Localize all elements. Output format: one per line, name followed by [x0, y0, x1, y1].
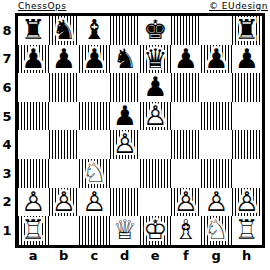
piece-black-pawn: ♟ [201, 45, 232, 74]
piece-white-bishop-fill: ♝ [171, 216, 202, 245]
rank-label-3: 3 [0, 159, 14, 188]
square-a7[interactable]: ♟ [18, 45, 49, 74]
square-c7[interactable]: ♟ [79, 45, 110, 74]
piece-white-pawn: ♙ [110, 130, 141, 159]
square-f3[interactable] [171, 159, 202, 188]
file-label-f: f [171, 248, 202, 263]
piece-white-knight: ♘ [79, 159, 110, 188]
piece-white-rook-fill: ♜ [18, 216, 49, 245]
square-d3[interactable] [110, 159, 141, 188]
square-a2[interactable]: ♟♙ [18, 188, 49, 217]
square-h6[interactable] [232, 73, 263, 102]
square-c1[interactable] [79, 216, 110, 245]
piece-white-rook-fill: ♜ [232, 216, 263, 245]
piece-black-pawn: ♟ [18, 45, 49, 74]
credit-text: © EUdesign [209, 0, 268, 12]
square-a8[interactable]: ♜ [18, 16, 49, 45]
square-d8[interactable] [110, 16, 141, 45]
file-label-h: h [232, 248, 263, 263]
piece-white-pawn: ♙ [49, 188, 80, 217]
square-g7[interactable]: ♟ [201, 45, 232, 74]
file-label-a: a [18, 248, 49, 263]
square-h4[interactable] [232, 130, 263, 159]
square-c5[interactable] [79, 102, 110, 131]
piece-white-pawn: ♙ [201, 188, 232, 217]
square-h8[interactable]: ♜ [232, 16, 263, 45]
piece-white-king-fill: ♚ [140, 216, 171, 245]
square-f7[interactable]: ♟ [171, 45, 202, 74]
piece-black-pawn: ♟ [79, 45, 110, 74]
file-label-e: e [140, 248, 171, 263]
piece-white-knight-fill: ♞ [79, 159, 110, 188]
square-h7[interactable]: ♟ [232, 45, 263, 74]
square-f5[interactable] [171, 102, 202, 131]
square-d2[interactable] [110, 188, 141, 217]
square-c3[interactable]: ♞♘ [79, 159, 110, 188]
piece-white-pawn: ♙ [79, 188, 110, 217]
square-c2[interactable]: ♟♙ [79, 188, 110, 217]
square-h2[interactable]: ♟♙ [232, 188, 263, 217]
app-title: ChessOps [18, 0, 66, 12]
piece-white-pawn: ♙ [140, 102, 171, 131]
piece-black-pawn: ♟ [110, 102, 141, 131]
file-label-d: d [110, 248, 141, 263]
square-b3[interactable] [49, 159, 80, 188]
square-g1[interactable]: ♞♘ [201, 216, 232, 245]
rank-label-7: 7 [0, 45, 14, 74]
square-e1[interactable]: ♚♔ [140, 216, 171, 245]
square-b8[interactable]: ♞ [49, 16, 80, 45]
square-e3[interactable] [140, 159, 171, 188]
piece-white-pawn-fill: ♟ [18, 188, 49, 217]
piece-black-rook: ♜ [18, 16, 49, 45]
piece-white-pawn: ♙ [18, 188, 49, 217]
square-h5[interactable] [232, 102, 263, 131]
square-f2[interactable]: ♟♙ [171, 188, 202, 217]
square-a5[interactable] [18, 102, 49, 131]
square-g6[interactable] [201, 73, 232, 102]
chess-board: ♜♞♝♚♜♟♟♟♞♛♟♟♟♟♟♟♙♟♙♞♘♟♙♟♙♟♙♟♙♟♙♟♙♜♖♛♕♚♔♝… [15, 13, 265, 248]
square-b6[interactable] [49, 73, 80, 102]
square-b4[interactable] [49, 130, 80, 159]
piece-white-pawn: ♙ [232, 188, 263, 217]
piece-white-queen-fill: ♛ [110, 216, 141, 245]
piece-white-pawn-fill: ♟ [49, 188, 80, 217]
piece-white-rook: ♖ [18, 216, 49, 245]
piece-black-pawn: ♟ [49, 45, 80, 74]
piece-black-king: ♚ [140, 16, 171, 45]
piece-black-rook: ♜ [232, 16, 263, 45]
piece-white-knight-fill: ♞ [201, 216, 232, 245]
piece-white-pawn-fill: ♟ [171, 188, 202, 217]
square-b5[interactable] [49, 102, 80, 131]
square-a3[interactable] [18, 159, 49, 188]
piece-white-bishop: ♗ [171, 216, 202, 245]
piece-black-knight: ♞ [49, 16, 80, 45]
square-f4[interactable] [171, 130, 202, 159]
square-a6[interactable] [18, 73, 49, 102]
rank-label-4: 4 [0, 130, 14, 159]
square-c8[interactable]: ♝ [79, 16, 110, 45]
rank-label-2: 2 [0, 188, 14, 217]
rank-label-1: 1 [0, 216, 14, 245]
square-d6[interactable] [110, 73, 141, 102]
piece-white-king: ♔ [140, 216, 171, 245]
piece-black-pawn: ♟ [171, 45, 202, 74]
piece-white-rook: ♖ [232, 216, 263, 245]
square-d7[interactable]: ♞ [110, 45, 141, 74]
square-g8[interactable] [201, 16, 232, 45]
piece-white-pawn-fill: ♟ [232, 188, 263, 217]
square-d1[interactable]: ♛♕ [110, 216, 141, 245]
square-a4[interactable] [18, 130, 49, 159]
square-e6[interactable]: ♟ [140, 73, 171, 102]
square-b1[interactable] [49, 216, 80, 245]
square-f6[interactable] [171, 73, 202, 102]
square-e5[interactable]: ♟♙ [140, 102, 171, 131]
piece-black-queen: ♛ [140, 45, 171, 74]
square-b2[interactable]: ♟♙ [49, 188, 80, 217]
file-labels: abcdefgh [18, 248, 262, 263]
piece-black-pawn: ♟ [140, 73, 171, 102]
square-g2[interactable]: ♟♙ [201, 188, 232, 217]
file-label-c: c [79, 248, 110, 263]
square-c6[interactable] [79, 73, 110, 102]
square-e2[interactable] [140, 188, 171, 217]
square-d5[interactable]: ♟ [110, 102, 141, 131]
rank-label-6: 6 [0, 73, 14, 102]
square-h3[interactable] [232, 159, 263, 188]
square-f1[interactable]: ♝♗ [171, 216, 202, 245]
piece-white-pawn-fill: ♟ [79, 188, 110, 217]
square-a1[interactable]: ♜♖ [18, 216, 49, 245]
file-label-g: g [201, 248, 232, 263]
square-e8[interactable]: ♚ [140, 16, 171, 45]
chess-diagram-page: ChessOps © EUdesign 87654321 ♜♞♝♚♜♟♟♟♞♛♟… [0, 0, 270, 270]
piece-black-pawn: ♟ [232, 45, 263, 74]
piece-white-pawn: ♙ [171, 188, 202, 217]
square-e7[interactable]: ♛ [140, 45, 171, 74]
rank-labels: 87654321 [0, 16, 14, 245]
piece-white-pawn-fill: ♟ [201, 188, 232, 217]
piece-black-knight: ♞ [110, 45, 141, 74]
rank-label-5: 5 [0, 102, 14, 131]
square-b7[interactable]: ♟ [49, 45, 80, 74]
rank-label-8: 8 [0, 16, 14, 45]
piece-white-pawn-fill: ♟ [140, 102, 171, 131]
square-g4[interactable] [201, 130, 232, 159]
square-c4[interactable] [79, 130, 110, 159]
square-e4[interactable] [140, 130, 171, 159]
piece-white-queen: ♕ [110, 216, 141, 245]
piece-black-bishop: ♝ [79, 16, 110, 45]
piece-white-pawn-fill: ♟ [110, 130, 141, 159]
square-g3[interactable] [201, 159, 232, 188]
square-g5[interactable] [201, 102, 232, 131]
square-h1[interactable]: ♜♖ [232, 216, 263, 245]
square-f8[interactable] [171, 16, 202, 45]
file-label-b: b [49, 248, 80, 263]
piece-white-knight: ♘ [201, 216, 232, 245]
square-d4[interactable]: ♟♙ [110, 130, 141, 159]
